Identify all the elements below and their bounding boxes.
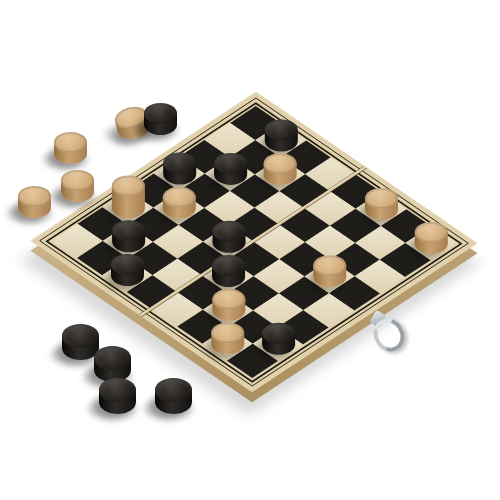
checker-black[interactable] [111, 220, 144, 252]
checker-wood[interactable] [414, 222, 447, 254]
checker-black[interactable] [212, 254, 245, 286]
checker-wood[interactable] [54, 132, 87, 164]
checker-black[interactable] [163, 152, 196, 184]
checker-wood[interactable] [264, 153, 297, 185]
checker-black[interactable] [99, 378, 136, 414]
checker-black[interactable] [264, 119, 297, 151]
checker-wood[interactable] [211, 288, 244, 320]
checker-wood[interactable] [211, 322, 244, 354]
checker-black[interactable] [144, 103, 177, 135]
scene [0, 0, 500, 500]
checker-black[interactable] [261, 323, 294, 355]
checker-black[interactable] [111, 254, 144, 286]
checker-wood[interactable] [18, 186, 51, 218]
checker-black[interactable] [94, 346, 131, 382]
checker-black[interactable] [155, 378, 192, 414]
checker-wood[interactable] [162, 186, 195, 218]
checker-wood[interactable] [313, 255, 346, 287]
checker-black[interactable] [212, 220, 245, 252]
checker-black[interactable] [213, 152, 246, 184]
checker-wood[interactable] [61, 170, 94, 202]
checker-wood[interactable] [364, 187, 397, 219]
checker-wood-stack[interactable] [112, 175, 145, 218]
